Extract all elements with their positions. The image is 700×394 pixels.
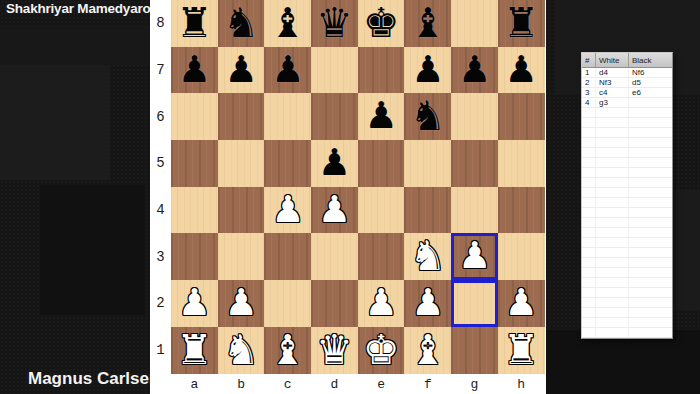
square-h3[interactable] <box>498 233 545 280</box>
move-row-empty <box>582 308 672 318</box>
rank-label-5: 5 <box>150 140 171 187</box>
move-number <box>582 258 596 268</box>
move-list-body: 1d4Nf62Nf3d53c4e64g3 <box>582 68 672 338</box>
rank-label-4: 4 <box>150 187 171 234</box>
file-label-f: f <box>404 374 451 394</box>
white-move[interactable]: d4 <box>596 68 629 78</box>
square-f7[interactable]: ♟ <box>404 47 451 94</box>
square-f8[interactable]: ♝ <box>404 0 451 47</box>
move-list-header: # White Black <box>582 53 672 68</box>
square-b4[interactable] <box>218 187 265 234</box>
move-number <box>582 298 596 308</box>
rank-label-8: 8 <box>150 0 171 47</box>
black-king[interactable]: ♚ <box>363 0 400 47</box>
black-move <box>629 278 672 288</box>
white-move <box>596 218 629 228</box>
square-b5[interactable] <box>218 140 265 187</box>
black-knight[interactable]: ♞ <box>409 93 446 140</box>
black-move <box>629 188 672 198</box>
background-texture-patch <box>40 185 145 315</box>
move-number <box>582 288 596 298</box>
square-h6[interactable] <box>498 93 545 140</box>
white-move <box>596 128 629 138</box>
move-row-1[interactable]: 1d4Nf6 <box>582 68 672 78</box>
white-move <box>596 138 629 148</box>
square-a5[interactable] <box>171 140 218 187</box>
square-c2[interactable] <box>264 280 311 327</box>
square-g3[interactable]: ♟ <box>451 233 498 280</box>
move-number <box>582 228 596 238</box>
move-number[interactable]: 2 <box>582 78 596 88</box>
black-pawn[interactable]: ♟ <box>224 47 257 94</box>
square-a4[interactable] <box>171 187 218 234</box>
move-number <box>582 128 596 138</box>
square-f2[interactable]: ♟ <box>404 280 451 327</box>
move-row-empty <box>582 118 672 128</box>
square-d8[interactable]: ♛ <box>311 0 358 47</box>
background-texture-patch <box>0 25 150 65</box>
background-texture-patch <box>545 330 700 394</box>
white-move <box>596 198 629 208</box>
white-move <box>596 168 629 178</box>
white-pawn[interactable]: ♟ <box>178 280 211 327</box>
move-number <box>582 318 596 328</box>
file-label-d: d <box>311 374 358 394</box>
white-move <box>596 298 629 308</box>
square-b7[interactable]: ♟ <box>218 47 265 94</box>
move-row-empty <box>582 198 672 208</box>
square-b2[interactable]: ♟ <box>218 280 265 327</box>
square-g1[interactable] <box>451 327 498 374</box>
black-move[interactable]: d5 <box>629 78 672 88</box>
move-row-empty <box>582 148 672 158</box>
move-row-empty <box>582 168 672 178</box>
move-number[interactable]: 1 <box>582 68 596 78</box>
white-move <box>596 188 629 198</box>
square-h7[interactable]: ♟ <box>498 47 545 94</box>
move-number <box>582 218 596 228</box>
square-d2[interactable] <box>311 280 358 327</box>
square-h2[interactable]: ♟ <box>498 280 545 327</box>
move-row-empty <box>582 278 672 288</box>
square-d6[interactable] <box>311 93 358 140</box>
square-g7[interactable]: ♟ <box>451 47 498 94</box>
white-knight[interactable]: ♞ <box>409 233 446 280</box>
square-c8[interactable]: ♝ <box>264 0 311 47</box>
square-a2[interactable]: ♟ <box>171 280 218 327</box>
white-move <box>596 308 629 318</box>
white-bishop[interactable]: ♝ <box>409 327 446 374</box>
square-e7[interactable] <box>358 47 405 94</box>
square-h8[interactable]: ♜ <box>498 0 545 47</box>
black-rook[interactable]: ♜ <box>176 0 213 47</box>
move-row-empty <box>582 268 672 278</box>
square-f3[interactable]: ♞ <box>404 233 451 280</box>
white-move <box>596 258 629 268</box>
square-f4[interactable] <box>404 187 451 234</box>
square-c3[interactable] <box>264 233 311 280</box>
move-row-3[interactable]: 3c4e6 <box>582 88 672 98</box>
white-move <box>596 328 629 338</box>
black-move <box>629 268 672 278</box>
white-move <box>596 288 629 298</box>
square-e8[interactable]: ♚ <box>358 0 405 47</box>
black-move <box>629 148 672 158</box>
move-number <box>582 118 596 128</box>
move-row-empty <box>582 238 672 248</box>
black-move <box>629 208 672 218</box>
white-move <box>596 178 629 188</box>
square-d7[interactable] <box>311 47 358 94</box>
square-f6[interactable]: ♞ <box>404 93 451 140</box>
white-move <box>596 148 629 158</box>
white-move[interactable]: Nf3 <box>596 78 629 88</box>
black-move <box>629 178 672 188</box>
broadcast-background: Shakhriyar Mamedyarov Magnus Carlsen 876… <box>0 0 700 394</box>
move-number <box>582 138 596 148</box>
black-pawn[interactable]: ♟ <box>458 47 491 94</box>
square-c1[interactable]: ♝ <box>264 327 311 374</box>
square-b3[interactable] <box>218 233 265 280</box>
square-a7[interactable]: ♟ <box>171 47 218 94</box>
black-move <box>629 328 672 338</box>
white-pawn[interactable]: ♟ <box>318 187 351 234</box>
file-label-h: h <box>498 374 545 394</box>
move-row-2[interactable]: 2Nf3d5 <box>582 78 672 88</box>
move-row-empty <box>582 138 672 148</box>
black-queen[interactable]: ♛ <box>316 0 353 47</box>
white-move <box>596 268 629 278</box>
square-a3[interactable] <box>171 233 218 280</box>
rank-label-2: 2 <box>150 280 171 327</box>
move-list-table: # White Black 1d4Nf62Nf3d53c4e64g3 <box>581 52 673 339</box>
white-move[interactable]: g3 <box>596 98 629 108</box>
move-row-empty <box>582 228 672 238</box>
player-name-black: Shakhriyar Mamedyarov <box>6 1 158 16</box>
file-label-g: g <box>451 374 498 394</box>
square-g2[interactable] <box>451 280 498 327</box>
white-pawn[interactable]: ♟ <box>224 280 257 327</box>
black-move <box>629 108 672 118</box>
rank-labels: 87654321 <box>150 0 171 374</box>
player-name-white: Magnus Carlsen <box>28 369 159 389</box>
file-labels: abcdefgh <box>171 374 545 394</box>
white-move <box>596 318 629 328</box>
move-number <box>582 108 596 118</box>
square-e5[interactable] <box>358 140 405 187</box>
square-c7[interactable]: ♟ <box>264 47 311 94</box>
square-d1[interactable]: ♛ <box>311 327 358 374</box>
white-move <box>596 158 629 168</box>
square-a1[interactable]: ♜ <box>171 327 218 374</box>
black-pawn[interactable]: ♟ <box>411 47 444 94</box>
black-move <box>629 228 672 238</box>
white-knight[interactable]: ♞ <box>223 327 260 374</box>
white-pawn[interactable]: ♟ <box>458 233 491 280</box>
square-f1[interactable]: ♝ <box>404 327 451 374</box>
black-move <box>629 298 672 308</box>
square-g5[interactable] <box>451 140 498 187</box>
black-move <box>629 138 672 148</box>
black-move <box>629 288 672 298</box>
move-row-empty <box>582 298 672 308</box>
move-row-empty <box>582 178 672 188</box>
black-move <box>629 218 672 228</box>
move-number <box>582 208 596 218</box>
square-e4[interactable] <box>358 187 405 234</box>
file-label-a: a <box>171 374 218 394</box>
square-c4[interactable]: ♟ <box>264 187 311 234</box>
white-move[interactable]: c4 <box>596 88 629 98</box>
rank-label-1: 1 <box>150 327 171 374</box>
chess-board: 87654321 ♜♞♝♛♚♝♜♟♟♟♟♟♟♟♞♟♟♟♞♟♟♟♟♟♟♜♞♝♛♚♝… <box>150 0 546 394</box>
black-pawn[interactable]: ♟ <box>318 140 351 187</box>
square-b1[interactable]: ♞ <box>218 327 265 374</box>
white-pawn[interactable]: ♟ <box>365 280 398 327</box>
move-row-empty <box>582 208 672 218</box>
square-b8[interactable]: ♞ <box>218 0 265 47</box>
square-g4[interactable] <box>451 187 498 234</box>
square-a6[interactable] <box>171 93 218 140</box>
square-d3[interactable] <box>311 233 358 280</box>
black-move <box>629 238 672 248</box>
black-move <box>629 318 672 328</box>
black-move <box>629 128 672 138</box>
black-move <box>629 198 672 208</box>
square-h1[interactable]: ♜ <box>498 327 545 374</box>
move-number <box>582 188 596 198</box>
square-c6[interactable] <box>264 93 311 140</box>
move-number <box>582 238 596 248</box>
move-number <box>582 268 596 278</box>
black-move[interactable]: Nf6 <box>629 68 672 78</box>
square-h4[interactable] <box>498 187 545 234</box>
move-row-empty <box>582 128 672 138</box>
move-row-empty <box>582 318 672 328</box>
black-move <box>629 308 672 318</box>
black-move <box>629 258 672 268</box>
move-number <box>582 148 596 158</box>
file-label-e: e <box>358 374 405 394</box>
move-row-empty <box>582 188 672 198</box>
black-column-header: Black <box>629 53 672 67</box>
black-knight[interactable]: ♞ <box>223 0 260 47</box>
square-d5[interactable]: ♟ <box>311 140 358 187</box>
square-h5[interactable] <box>498 140 545 187</box>
move-row-4[interactable]: 4g3 <box>582 98 672 108</box>
white-queen[interactable]: ♛ <box>316 327 353 374</box>
move-number <box>582 198 596 208</box>
black-pawn[interactable]: ♟ <box>505 47 538 94</box>
white-move <box>596 118 629 128</box>
move-number <box>582 278 596 288</box>
black-pawn[interactable]: ♟ <box>178 47 211 94</box>
white-move <box>596 208 629 218</box>
white-move <box>596 278 629 288</box>
rank-label-3: 3 <box>150 233 171 280</box>
white-pawn[interactable]: ♟ <box>271 187 304 234</box>
black-move <box>629 98 672 108</box>
move-row-empty <box>582 158 672 168</box>
black-rook[interactable]: ♜ <box>503 0 540 47</box>
white-move <box>596 238 629 248</box>
move-number-column-header: # <box>582 53 596 67</box>
black-move[interactable]: e6 <box>629 88 672 98</box>
white-bishop[interactable]: ♝ <box>269 327 306 374</box>
square-e3[interactable] <box>358 233 405 280</box>
black-move <box>629 158 672 168</box>
file-label-c: c <box>264 374 311 394</box>
white-pawn[interactable]: ♟ <box>505 280 538 327</box>
black-move <box>629 248 672 258</box>
black-pawn[interactable]: ♟ <box>271 47 304 94</box>
black-move <box>629 168 672 178</box>
white-move <box>596 228 629 238</box>
square-f5[interactable] <box>404 140 451 187</box>
black-bishop[interactable]: ♝ <box>269 0 306 47</box>
move-row-empty <box>582 108 672 118</box>
move-number <box>582 248 596 258</box>
rank-label-6: 6 <box>150 93 171 140</box>
move-number <box>582 308 596 318</box>
white-king[interactable]: ♚ <box>363 327 400 374</box>
white-pawn[interactable]: ♟ <box>411 280 444 327</box>
move-row-empty <box>582 258 672 268</box>
black-move <box>629 118 672 128</box>
white-move <box>596 248 629 258</box>
white-rook[interactable]: ♜ <box>176 327 213 374</box>
white-rook[interactable]: ♜ <box>503 327 540 374</box>
square-b6[interactable] <box>218 93 265 140</box>
move-number <box>582 158 596 168</box>
black-bishop[interactable]: ♝ <box>409 0 446 47</box>
move-number[interactable]: 3 <box>582 88 596 98</box>
background-texture-patch <box>0 60 110 180</box>
move-number <box>582 328 596 338</box>
board-grid[interactable]: ♜♞♝♛♚♝♜♟♟♟♟♟♟♟♞♟♟♟♞♟♟♟♟♟♟♜♞♝♛♚♝♜ <box>171 0 545 374</box>
move-number <box>582 168 596 178</box>
square-a8[interactable]: ♜ <box>171 0 218 47</box>
square-g6[interactable] <box>451 93 498 140</box>
square-e6[interactable]: ♟ <box>358 93 405 140</box>
square-c5[interactable] <box>264 140 311 187</box>
white-column-header: White <box>596 53 629 67</box>
file-label-b: b <box>218 374 265 394</box>
square-d4[interactable]: ♟ <box>311 187 358 234</box>
move-number <box>582 178 596 188</box>
square-g8[interactable] <box>451 0 498 47</box>
black-pawn[interactable]: ♟ <box>365 93 398 140</box>
move-number[interactable]: 4 <box>582 98 596 108</box>
move-row-empty <box>582 328 672 338</box>
square-e1[interactable]: ♚ <box>358 327 405 374</box>
white-move <box>596 108 629 118</box>
move-row-empty <box>582 218 672 228</box>
move-row-empty <box>582 248 672 258</box>
move-row-empty <box>582 288 672 298</box>
rank-label-7: 7 <box>150 47 171 94</box>
square-e2[interactable]: ♟ <box>358 280 405 327</box>
